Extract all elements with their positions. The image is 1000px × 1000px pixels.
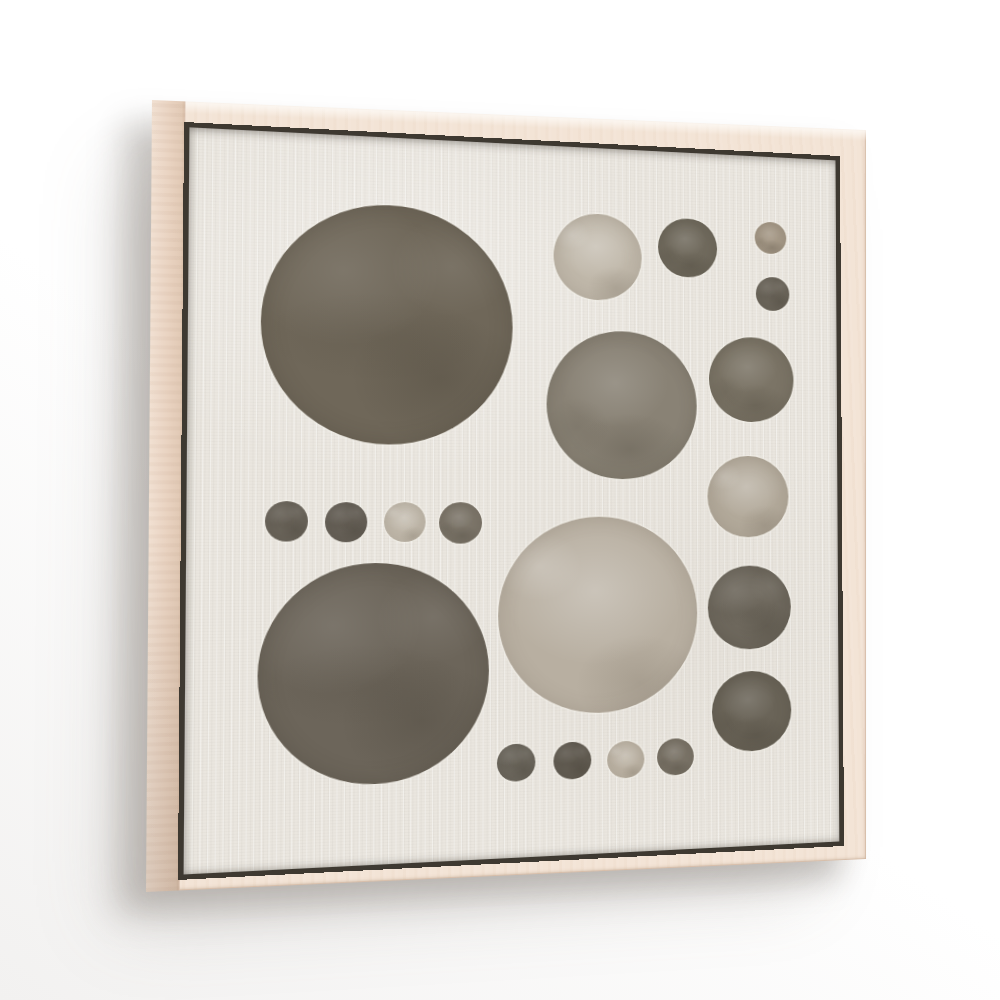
artwork-circle xyxy=(497,743,536,782)
artwork-circle xyxy=(658,217,717,278)
artwork-circle xyxy=(325,502,367,542)
artwork-circle xyxy=(709,336,794,422)
photo-stage xyxy=(0,0,1000,1000)
artwork-canvas xyxy=(178,122,844,880)
artwork-circle xyxy=(708,565,791,650)
artwork-circle xyxy=(260,200,513,446)
artwork-circle xyxy=(554,212,642,301)
artwork-circle xyxy=(257,562,489,788)
artwork-circle xyxy=(756,277,790,312)
artwork-circle xyxy=(707,456,788,538)
artwork-circle xyxy=(384,502,426,542)
artwork-circle xyxy=(265,501,308,542)
artwork-circle xyxy=(607,740,644,778)
artwork-circle xyxy=(439,502,482,544)
artwork-circle xyxy=(547,330,697,480)
artwork-circle xyxy=(755,221,787,254)
artwork-circle xyxy=(553,741,591,780)
artwork-circle xyxy=(498,517,698,716)
artwork-circle xyxy=(712,670,792,753)
artwork-circle xyxy=(657,738,694,776)
